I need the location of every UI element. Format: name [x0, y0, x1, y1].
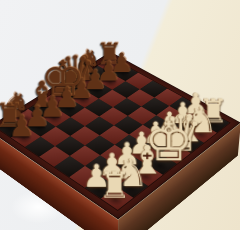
board-square: ♜ [101, 187, 133, 210]
piece-black-pawn: ♟ [8, 112, 29, 141]
scene-3d: ♜♟♟♜♞♟♟♞♝♟♟♝♛♟♟♛♚♟♟♚♝♟♟♝♞♟♟♞♜♟♟♜ [0, 0, 240, 230]
chess-box: ♜♟♟♜♞♟♟♞♝♟♟♝♛♟♟♛♚♟♟♚♝♟♟♝♞♟♟♞♜♟♟♜ [0, 82, 238, 230]
piece-white-rook: ♜ [99, 167, 122, 204]
chess-set-photo: ♜♟♟♜♞♟♟♞♝♟♟♝♛♟♟♛♚♟♟♚♝♟♟♝♞♟♟♞♜♟♟♜ [0, 0, 240, 230]
board-square [127, 89, 155, 106]
